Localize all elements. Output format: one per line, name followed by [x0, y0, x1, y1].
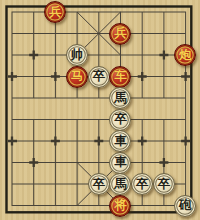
ivory-chariot-piece[interactable]: 車	[109, 130, 131, 152]
piece-layer[interactable]: 兵兵帅炮马卒车馬卒車車卒馬卒卒将砲	[1, 1, 196, 216]
ivory-general-piece[interactable]: 帅	[66, 44, 88, 66]
ivory-soldier-piece[interactable]: 卒	[88, 66, 110, 88]
ivory-soldier-piece[interactable]: 卒	[153, 173, 175, 195]
piece-character: 帅	[71, 48, 84, 61]
piece-character: 兵	[114, 27, 127, 40]
red-chariot-piece[interactable]: 车	[109, 66, 131, 88]
ivory-horse-piece[interactable]: 馬	[109, 87, 131, 109]
piece-character: 車	[114, 134, 127, 147]
ivory-cannon-piece[interactable]: 砲	[174, 195, 196, 217]
ivory-chariot-piece[interactable]: 車	[109, 152, 131, 174]
piece-character: 砲	[179, 199, 192, 212]
ivory-soldier-piece[interactable]: 卒	[131, 173, 153, 195]
ivory-horse-piece[interactable]: 馬	[109, 173, 131, 195]
red-general-piece[interactable]: 将	[109, 195, 131, 217]
piece-character: 馬	[114, 91, 127, 104]
piece-character: 炮	[179, 48, 192, 61]
piece-character: 卒	[114, 113, 127, 126]
piece-character: 馬	[114, 177, 127, 190]
xiangqi-board-screenshot: 兵兵帅炮马卒车馬卒車車卒馬卒卒将砲	[0, 0, 200, 220]
red-horse-piece[interactable]: 马	[66, 66, 88, 88]
piece-character: 卒	[92, 177, 105, 190]
piece-character: 兵	[49, 5, 62, 18]
piece-character: 将	[114, 199, 127, 212]
piece-character: 卒	[158, 177, 171, 190]
piece-character: 卒	[136, 177, 149, 190]
red-soldier-piece[interactable]: 兵	[44, 1, 66, 23]
red-soldier-piece[interactable]: 兵	[109, 23, 131, 45]
piece-character: 車	[114, 156, 127, 169]
ivory-soldier-piece[interactable]: 卒	[109, 109, 131, 131]
red-cannon-piece[interactable]: 炮	[174, 44, 196, 66]
ivory-soldier-piece[interactable]: 卒	[88, 173, 110, 195]
piece-character: 卒	[92, 70, 105, 83]
piece-character: 车	[114, 70, 127, 83]
piece-character: 马	[71, 70, 84, 83]
